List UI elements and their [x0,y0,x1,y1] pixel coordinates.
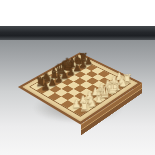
background-wall [0,0,155,27]
chess-set-photo: ♜♞♝♛♚♝♞♜♟♟♟♟♟♟♟♟♟♟♟♟♟♟♟♟♜♞♝♛♚♝♞♜ [0,0,155,155]
background-dark-band [0,26,155,40]
white-rook: ♜ [78,100,88,113]
board-scene: ♜♞♝♛♚♝♞♜♟♟♟♟♟♟♟♟♟♟♟♟♟♟♟♟♜♞♝♛♚♝♞♜ [34,39,126,131]
black-pawn: ♟ [41,81,50,92]
